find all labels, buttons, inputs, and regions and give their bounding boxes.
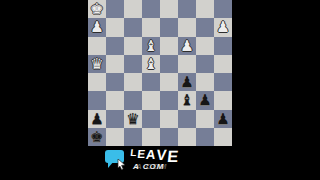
- square-h8: [214, 0, 232, 18]
- square-d1: [142, 128, 160, 146]
- square-a4: [88, 73, 106, 91]
- piece-black-bishop-f3: ♝: [180, 91, 193, 109]
- square-g6: [196, 37, 214, 55]
- piece-white-pawn-h7: ♟: [216, 18, 229, 36]
- square-e1: [160, 128, 178, 146]
- square-h4: [214, 73, 232, 91]
- piece-black-pawn-a2: ♟: [90, 110, 103, 128]
- square-d8: [142, 0, 160, 18]
- square-h7: ♟: [214, 18, 232, 36]
- square-g8: [196, 0, 214, 18]
- square-e7: [160, 18, 178, 36]
- square-e4: [160, 73, 178, 91]
- square-b8: [106, 0, 124, 18]
- square-f4: ♟: [178, 73, 196, 91]
- square-g3: ♟: [196, 91, 214, 109]
- square-b3: [106, 91, 124, 109]
- square-g4: [196, 73, 214, 91]
- square-d7: [142, 18, 160, 36]
- square-f3: ♝: [178, 91, 196, 109]
- piece-white-pawn-a7: ♟: [90, 18, 103, 36]
- square-b4: [106, 73, 124, 91]
- square-b7: [106, 18, 124, 36]
- square-f2: [178, 110, 196, 128]
- piece-black-king-a1: ♚: [90, 128, 103, 146]
- chess-board: ♚♟♟♝♟♛♝♟♝♟♟♛♟♚: [88, 0, 232, 146]
- square-g1: [196, 128, 214, 146]
- square-h6: [214, 37, 232, 55]
- square-a7: ♟: [88, 18, 106, 36]
- piece-black-pawn-f4: ♟: [180, 73, 193, 91]
- square-b1: [106, 128, 124, 146]
- square-f5: [178, 55, 196, 73]
- piece-white-queen-a5: ♛: [90, 55, 103, 73]
- square-c4: [124, 73, 142, 91]
- square-a6: [88, 37, 106, 55]
- piece-black-pawn-g3: ♟: [198, 91, 211, 109]
- square-d6: ♝: [142, 37, 160, 55]
- square-h1: [214, 128, 232, 146]
- square-e8: [160, 0, 178, 18]
- square-a2: ♟: [88, 110, 106, 128]
- piece-black-queen-c2: ♛: [126, 110, 139, 128]
- square-c2: ♛: [124, 110, 142, 128]
- square-c6: [124, 37, 142, 55]
- square-d3: [142, 91, 160, 109]
- square-e5: [160, 55, 178, 73]
- square-c5: [124, 55, 142, 73]
- piece-white-pawn-f6: ♟: [180, 37, 193, 55]
- square-b5: [106, 55, 124, 73]
- square-a8: ♚: [88, 0, 106, 18]
- piece-white-king-a8: ♚: [90, 0, 103, 18]
- overlay-text-line2: A COM: [133, 162, 164, 171]
- square-c7: [124, 18, 142, 36]
- square-e3: [160, 91, 178, 109]
- piece-white-bishop-d5: ♝: [144, 55, 157, 73]
- piece-black-pawn-h2: ♟: [216, 110, 229, 128]
- square-h5: [214, 55, 232, 73]
- square-g5: [196, 55, 214, 73]
- square-d5: ♝: [142, 55, 160, 73]
- square-c1: [124, 128, 142, 146]
- mouse-cursor-icon: [117, 159, 126, 170]
- square-e6: [160, 37, 178, 55]
- square-a3: [88, 91, 106, 109]
- square-f7: [178, 18, 196, 36]
- comment-overlay: LEAVE A COM: [100, 146, 260, 178]
- square-h2: ♟: [214, 110, 232, 128]
- square-e2: [160, 110, 178, 128]
- square-f6: ♟: [178, 37, 196, 55]
- square-b6: [106, 37, 124, 55]
- piece-white-bishop-d6: ♝: [144, 37, 157, 55]
- square-g2: [196, 110, 214, 128]
- square-b2: [106, 110, 124, 128]
- square-a1: ♚: [88, 128, 106, 146]
- comment-bubble-tail: [108, 161, 114, 168]
- square-d2: [142, 110, 160, 128]
- square-h3: [214, 91, 232, 109]
- square-c3: [124, 91, 142, 109]
- square-f1: [178, 128, 196, 146]
- video-frame[interactable]: ♚♟♟♝♟♛♝♟♝♟♟♛♟♚ LEAVE A COM: [0, 0, 320, 180]
- square-c8: [124, 0, 142, 18]
- square-a5: ♛: [88, 55, 106, 73]
- square-g7: [196, 18, 214, 36]
- square-f8: [178, 0, 196, 18]
- square-d4: [142, 73, 160, 91]
